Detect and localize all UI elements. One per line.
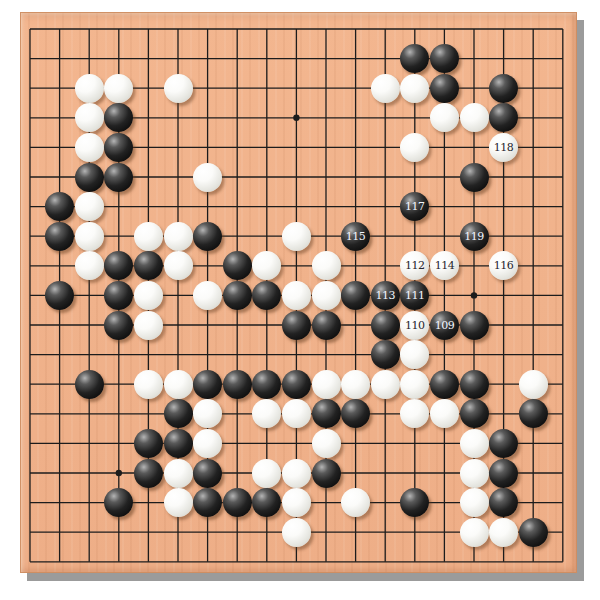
white-stone (164, 74, 193, 103)
black-stone (193, 222, 222, 251)
white-stone (75, 192, 104, 221)
black-stone (193, 488, 222, 517)
black-stone (341, 281, 370, 310)
black-stone (252, 370, 281, 399)
screenshot-root: { "game": "Go", "board": { "size": 19, "… (0, 0, 600, 600)
black-stone-move-113: 113 (371, 281, 400, 310)
black-stone (134, 459, 163, 488)
white-stone (193, 429, 222, 458)
white-stone (460, 429, 489, 458)
move-number-label: 112 (405, 260, 425, 271)
black-stone-move-111: 111 (400, 281, 429, 310)
white-stone (282, 488, 311, 517)
white-stone (282, 222, 311, 251)
black-stone (45, 281, 74, 310)
black-stone (104, 163, 133, 192)
white-stone (75, 251, 104, 280)
white-stone (282, 399, 311, 428)
black-stone (430, 74, 459, 103)
move-number-label: 114 (435, 260, 455, 271)
move-number-label: 115 (346, 231, 366, 242)
black-stone (430, 370, 459, 399)
black-stone-move-119: 119 (460, 222, 489, 251)
black-stone (371, 340, 400, 369)
white-stone (164, 370, 193, 399)
white-stone (75, 103, 104, 132)
black-stone (223, 281, 252, 310)
black-stone (460, 311, 489, 340)
black-stone (75, 370, 104, 399)
black-stone (134, 429, 163, 458)
move-number-label: 117 (405, 201, 425, 212)
white-stone (371, 370, 400, 399)
black-stone (223, 370, 252, 399)
white-stone (460, 459, 489, 488)
move-number-label: 116 (494, 260, 514, 271)
white-stone (312, 251, 341, 280)
white-stone (164, 222, 193, 251)
black-stone (312, 311, 341, 340)
black-stone (489, 488, 518, 517)
white-stone (400, 133, 429, 162)
star-point (293, 115, 299, 121)
black-stone (193, 370, 222, 399)
star-point (471, 292, 477, 298)
black-stone (134, 251, 163, 280)
black-stone (164, 429, 193, 458)
black-stone (489, 429, 518, 458)
white-stone (371, 74, 400, 103)
black-stone (164, 399, 193, 428)
white-stone (312, 429, 341, 458)
black-stone-move-109: 109 (430, 311, 459, 340)
black-stone (519, 518, 548, 547)
white-stone (252, 459, 281, 488)
white-stone (164, 459, 193, 488)
white-stone (489, 518, 518, 547)
black-stone (460, 399, 489, 428)
black-stone (252, 281, 281, 310)
white-stone (430, 399, 459, 428)
black-stone (371, 311, 400, 340)
black-stone (104, 281, 133, 310)
black-stone (223, 251, 252, 280)
white-stone (193, 281, 222, 310)
white-stone-move-110: 110 (400, 311, 429, 340)
star-point (116, 470, 122, 476)
white-stone (519, 370, 548, 399)
white-stone (341, 488, 370, 517)
white-stone (134, 281, 163, 310)
move-number-label: 118 (494, 142, 514, 153)
white-stone (104, 74, 133, 103)
white-stone (312, 370, 341, 399)
white-stone (282, 518, 311, 547)
black-stone (312, 399, 341, 428)
move-number-label: 119 (464, 231, 484, 242)
white-stone (460, 518, 489, 547)
black-stone (489, 459, 518, 488)
white-stone (164, 488, 193, 517)
black-stone (104, 311, 133, 340)
white-stone (341, 370, 370, 399)
white-stone (282, 459, 311, 488)
white-stone (460, 488, 489, 517)
white-stone (164, 251, 193, 280)
white-stone (193, 163, 222, 192)
black-stone (519, 399, 548, 428)
white-stone (460, 103, 489, 132)
white-stone (430, 103, 459, 132)
white-stone (400, 74, 429, 103)
white-stone-move-114: 114 (430, 251, 459, 280)
white-stone (75, 74, 104, 103)
move-number-label: 111 (405, 290, 425, 301)
go-board[interactable]: 118117115119112114116113111110109 (20, 12, 577, 573)
black-stone (75, 163, 104, 192)
black-stone (193, 459, 222, 488)
white-stone (134, 222, 163, 251)
white-stone (75, 222, 104, 251)
black-stone (223, 488, 252, 517)
black-stone-move-115: 115 (341, 222, 370, 251)
black-stone (460, 163, 489, 192)
move-number-label: 113 (375, 290, 395, 301)
black-stone (489, 74, 518, 103)
white-stone (75, 133, 104, 162)
black-stone (45, 222, 74, 251)
move-number-label: 109 (435, 320, 455, 331)
white-stone-move-118: 118 (489, 133, 518, 162)
black-stone (312, 459, 341, 488)
move-number-label: 110 (405, 320, 425, 331)
white-stone (134, 311, 163, 340)
white-stone (282, 281, 311, 310)
black-stone (460, 370, 489, 399)
black-stone (430, 44, 459, 73)
black-stone (104, 133, 133, 162)
white-stone (400, 370, 429, 399)
black-stone (282, 370, 311, 399)
black-stone (282, 311, 311, 340)
white-stone (134, 370, 163, 399)
white-stone (312, 281, 341, 310)
black-stone (45, 192, 74, 221)
